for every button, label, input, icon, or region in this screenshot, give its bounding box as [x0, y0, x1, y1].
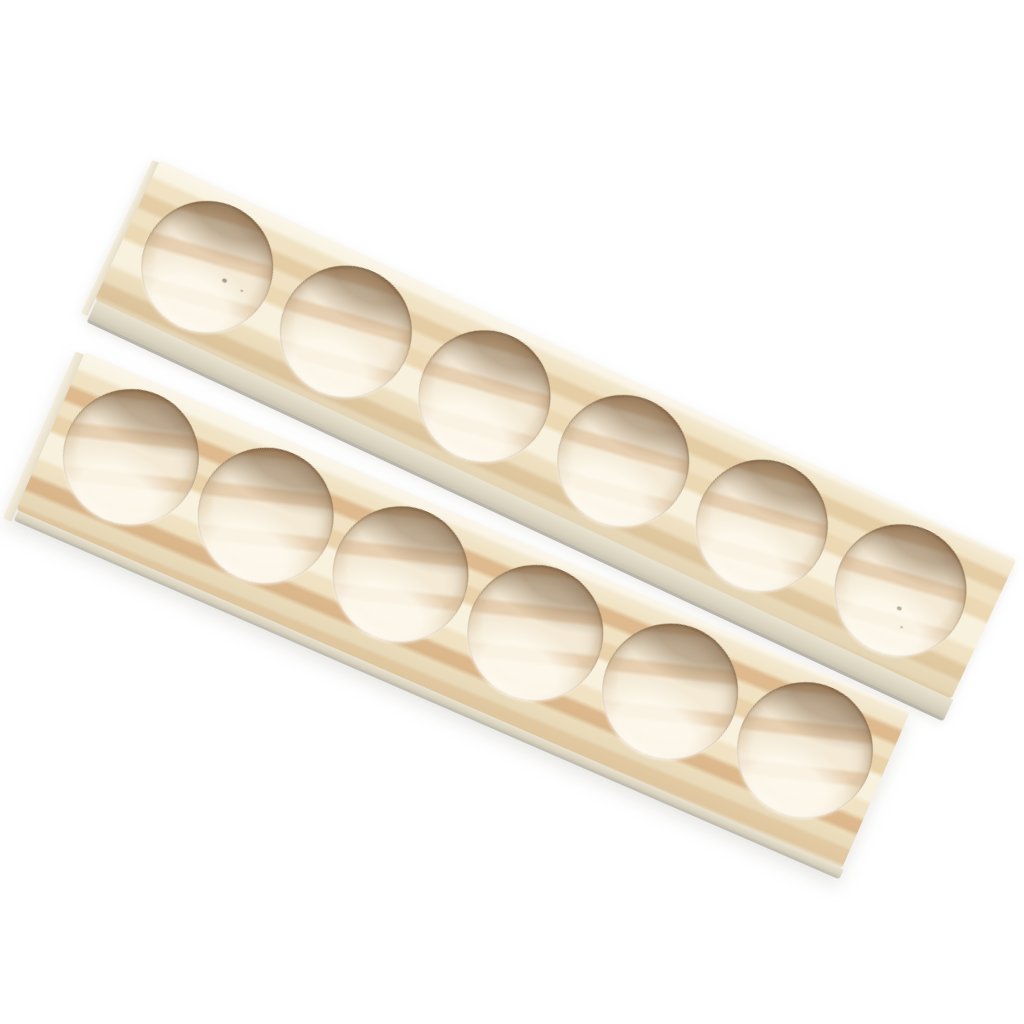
pit-near-3 — [311, 485, 490, 664]
pit-near-1 — [41, 367, 220, 546]
pit-near-4 — [445, 543, 624, 722]
pit-near-5 — [580, 602, 759, 781]
pit-near-6 — [715, 660, 894, 839]
product-photo-scene — [0, 0, 1024, 1024]
pit-near-2 — [176, 426, 355, 605]
